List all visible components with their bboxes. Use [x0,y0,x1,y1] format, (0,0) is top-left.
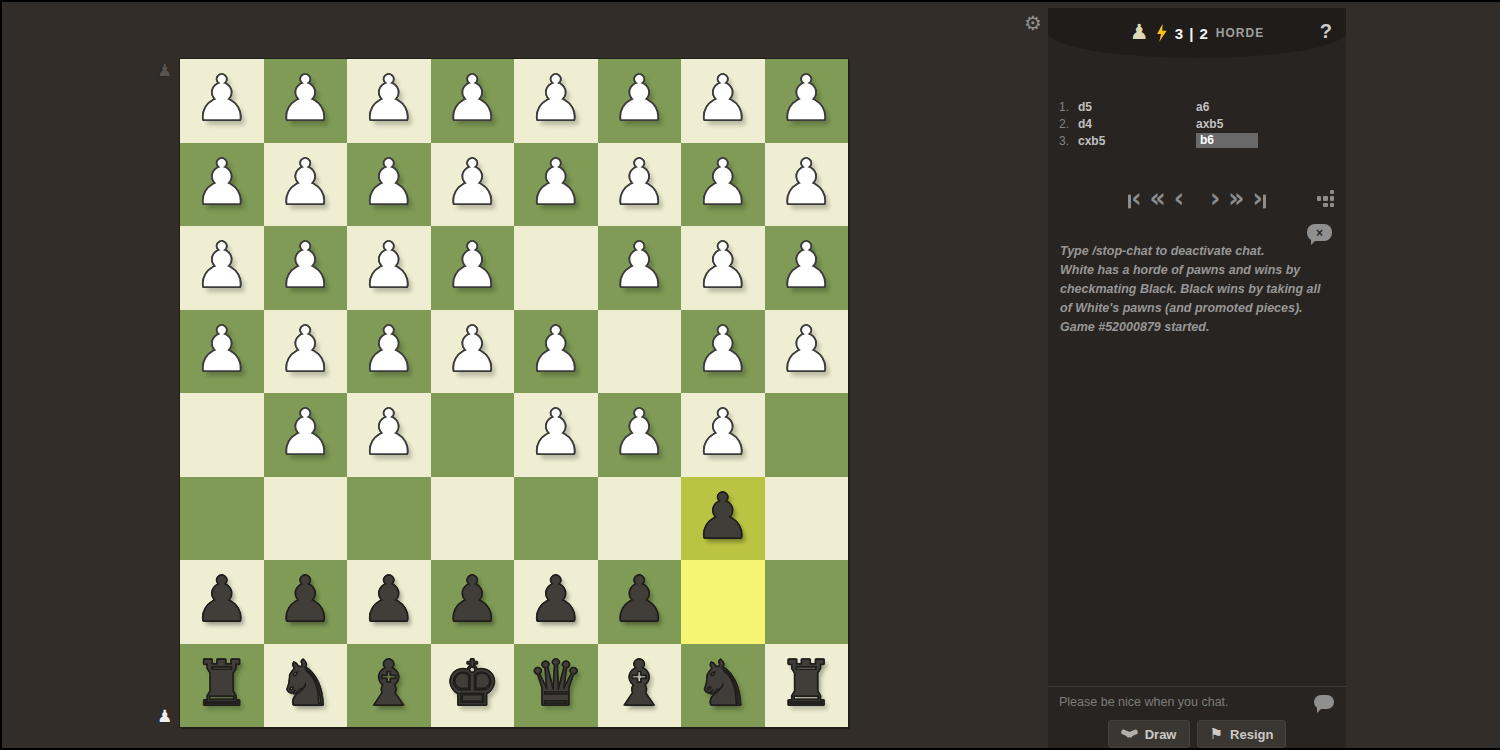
white-pawn[interactable]: ♟ [778,151,834,214]
handshake-icon [1121,728,1138,740]
square-h4[interactable]: ♟ [180,310,264,394]
gear-icon[interactable]: ⚙ [1024,11,1042,35]
move-black[interactable]: b6 [1196,133,1258,148]
square-d5[interactable]: ♟ [514,393,598,477]
chat-message: Type /stop-chat to deactivate chat. [1060,242,1334,261]
black-knight[interactable]: ♞ [695,652,751,715]
chat-message: White has a horde of pawns and wins by c… [1060,261,1334,318]
white-pawn[interactable]: ♟ [528,151,584,214]
game-info-header: ♟ 3 | 2 HORDE ? [1048,8,1346,58]
square-d4[interactable]: ♟ [514,310,598,394]
draw-button-label: Draw [1145,727,1177,742]
square-f7[interactable]: ♟ [347,560,431,644]
game-sidebar: ♟ 3 | 2 HORDE ? 1.d5a62.d4axb53.cxb5b6 ‹… [1048,8,1346,750]
square-g5[interactable]: ♟ [264,393,348,477]
black-pawn[interactable]: ♟ [695,485,751,548]
move-row: 3.cxb5b6 [1048,132,1346,149]
square-e4[interactable]: ♟ [431,310,515,394]
move-row: 1.d5a6 [1048,98,1346,115]
black-pawn[interactable]: ♟ [277,568,333,631]
move-navigation: ‹ « ‹ › » › [1048,186,1346,216]
white-pawn[interactable]: ♟ [361,67,417,130]
square-f2[interactable]: ♟ [347,143,431,227]
white-pawn[interactable]: ♟ [277,151,333,214]
square-e6[interactable] [431,477,515,561]
white-pawn[interactable]: ♟ [778,318,834,381]
square-g2[interactable]: ♟ [264,143,348,227]
square-e3[interactable]: ♟ [431,226,515,310]
square-b2[interactable]: ♟ [681,143,765,227]
white-pawn[interactable]: ♟ [361,234,417,297]
white-pawn[interactable]: ♟ [695,234,751,297]
white-pawn[interactable]: ♟ [528,401,584,464]
black-pawn[interactable]: ♟ [528,568,584,631]
white-pawn[interactable]: ♟ [361,151,417,214]
white-pawn[interactable]: ♟ [361,401,417,464]
move-list: 1.d5a62.d4axb53.cxb5b6 [1048,98,1346,149]
square-e5[interactable] [431,393,515,477]
square-f5[interactable]: ♟ [347,393,431,477]
square-f4[interactable]: ♟ [347,310,431,394]
square-a8[interactable]: ♜ [765,644,849,728]
white-pawn[interactable]: ♟ [194,67,250,130]
white-pawn[interactable]: ♟ [444,67,500,130]
square-a7[interactable] [765,560,849,644]
lightning-blitz-icon [1156,24,1168,42]
nav-first-button[interactable]: ‹ [1128,188,1141,213]
white-pawn[interactable]: ♟ [611,401,667,464]
square-h2[interactable]: ♟ [180,143,264,227]
chat-input-placeholder: Please be nice when you chat. [1048,695,1314,709]
square-d7[interactable]: ♟ [514,560,598,644]
black-queen[interactable]: ♛ [528,652,584,715]
square-b4[interactable]: ♟ [681,310,765,394]
square-a2[interactable]: ♟ [765,143,849,227]
square-h1[interactable]: ♟ [180,59,264,143]
nav-fast-forward-button[interactable]: » [1228,188,1244,213]
move-number: 1. [1048,100,1069,114]
square-e2[interactable]: ♟ [431,143,515,227]
move-black[interactable]: a6 [1196,100,1326,114]
square-e8[interactable]: ♚ [431,644,515,728]
square-e1[interactable]: ♟ [431,59,515,143]
white-pawn[interactable]: ♟ [277,234,333,297]
square-h3[interactable]: ♟ [180,226,264,310]
white-pawn[interactable]: ♟ [194,151,250,214]
black-pawn[interactable]: ♟ [611,568,667,631]
square-b5[interactable]: ♟ [681,393,765,477]
white-pawn[interactable]: ♟ [695,151,751,214]
top-player-black-pawn-icon: ♟ [157,62,172,79]
square-b6[interactable]: ♟ [681,477,765,561]
square-b8[interactable]: ♞ [681,644,765,728]
square-c3[interactable]: ♟ [598,226,682,310]
black-rook[interactable]: ♜ [194,652,250,715]
nav-forward-button[interactable]: › [1210,188,1220,213]
move-white[interactable]: d5 [1078,100,1196,114]
variant-name: HORDE [1216,26,1264,40]
nav-last-button[interactable]: › [1252,188,1265,213]
square-a3[interactable]: ♟ [765,226,849,310]
analysis-board-icon[interactable] [1317,190,1334,207]
square-c8[interactable]: ♝ [598,644,682,728]
square-d2[interactable]: ♟ [514,143,598,227]
white-pawn[interactable]: ♟ [695,401,751,464]
square-c6[interactable] [598,477,682,561]
white-pawn[interactable]: ♟ [194,234,250,297]
draw-button[interactable]: Draw [1108,720,1190,748]
square-g3[interactable]: ♟ [264,226,348,310]
horde-pawn-icon: ♟ [1130,22,1149,43]
square-c4[interactable] [598,310,682,394]
white-pawn[interactable]: ♟ [528,67,584,130]
white-pawn[interactable]: ♟ [695,67,751,130]
chess-board[interactable]: ♟♟♟♟♟♟♟♟♟♟♟♟♟♟♟♟♟♟♟♟♟♟♟♟♟♟♟♟♟♟♟♟♟♟♟♟♟♟♟♟… [180,59,848,727]
white-pawn[interactable]: ♟ [611,234,667,297]
square-f6[interactable] [347,477,431,561]
white-pawn[interactable]: ♟ [444,151,500,214]
move-white[interactable]: cxb5 [1078,134,1196,148]
square-a4[interactable]: ♟ [765,310,849,394]
bottom-player-white-pawn-icon: ♟ [157,708,172,725]
square-g8[interactable]: ♞ [264,644,348,728]
square-c5[interactable]: ♟ [598,393,682,477]
resign-button-label: Resign [1230,727,1273,742]
white-pawn[interactable]: ♟ [444,318,500,381]
move-number: 3. [1048,134,1069,148]
black-pawn[interactable]: ♟ [444,568,500,631]
square-c2[interactable]: ♟ [598,143,682,227]
square-g6[interactable] [264,477,348,561]
black-knight[interactable]: ♞ [277,652,333,715]
square-f8[interactable]: ♝ [347,644,431,728]
square-d3[interactable] [514,226,598,310]
black-king[interactable]: ♚ [444,652,500,715]
square-e7[interactable]: ♟ [431,560,515,644]
square-d1[interactable]: ♟ [514,59,598,143]
time-control: 3 | 2 [1175,25,1209,42]
move-white[interactable]: d4 [1078,117,1196,131]
square-a1[interactable]: ♟ [765,59,849,143]
square-h6[interactable] [180,477,264,561]
white-pawn[interactable]: ♟ [528,318,584,381]
square-g7[interactable]: ♟ [264,560,348,644]
chat-message: Game #52000879 started. [1060,318,1334,337]
white-pawn[interactable]: ♟ [277,401,333,464]
square-c7[interactable]: ♟ [598,560,682,644]
chat-bubble-icon [1314,695,1334,709]
white-pawn[interactable]: ♟ [361,318,417,381]
black-pawn[interactable]: ♟ [361,568,417,631]
black-bishop[interactable]: ♝ [611,652,667,715]
mute-chat-icon[interactable]: × [1307,224,1332,241]
chat-messages: Type /stop-chat to deactivate chat.White… [1048,216,1346,337]
white-pawn[interactable]: ♟ [695,318,751,381]
white-pawn[interactable]: ♟ [194,318,250,381]
white-pawn[interactable]: ♟ [611,151,667,214]
square-h8[interactable]: ♜ [180,644,264,728]
white-pawn[interactable]: ♟ [444,234,500,297]
white-pawn[interactable]: ♟ [277,318,333,381]
square-b3[interactable]: ♟ [681,226,765,310]
white-pawn[interactable]: ♟ [778,67,834,130]
chat-input[interactable]: Please be nice when you chat. [1048,686,1346,716]
square-b7[interactable] [681,560,765,644]
resign-button[interactable]: ⚑ Resign [1197,720,1287,748]
square-d6[interactable] [514,477,598,561]
square-g4[interactable]: ♟ [264,310,348,394]
flag-icon: ⚑ [1210,727,1223,742]
white-pawn[interactable]: ♟ [778,234,834,297]
square-c1[interactable]: ♟ [598,59,682,143]
square-h7[interactable]: ♟ [180,560,264,644]
square-a6[interactable] [765,477,849,561]
chat-panel: × Type /stop-chat to deactivate chat.Whi… [1048,216,1346,686]
square-f3[interactable]: ♟ [347,226,431,310]
help-icon[interactable]: ? [1320,20,1332,43]
square-d8[interactable]: ♛ [514,644,598,728]
black-rook[interactable]: ♜ [778,652,834,715]
white-pawn[interactable]: ♟ [611,67,667,130]
black-pawn[interactable]: ♟ [194,568,250,631]
white-pawn[interactable]: ♟ [277,67,333,130]
square-b1[interactable]: ♟ [681,59,765,143]
nav-fast-backward-button[interactable]: « [1150,188,1166,213]
square-f1[interactable]: ♟ [347,59,431,143]
nav-backward-button[interactable]: ‹ [1174,188,1184,213]
black-bishop[interactable]: ♝ [361,652,417,715]
square-g1[interactable]: ♟ [264,59,348,143]
square-h5[interactable] [180,393,264,477]
game-actions: Draw ⚑ Resign [1048,720,1346,748]
move-black[interactable]: axb5 [1196,117,1326,131]
move-row: 2.d4axb5 [1048,115,1346,132]
square-a5[interactable] [765,393,849,477]
move-number: 2. [1048,117,1069,131]
